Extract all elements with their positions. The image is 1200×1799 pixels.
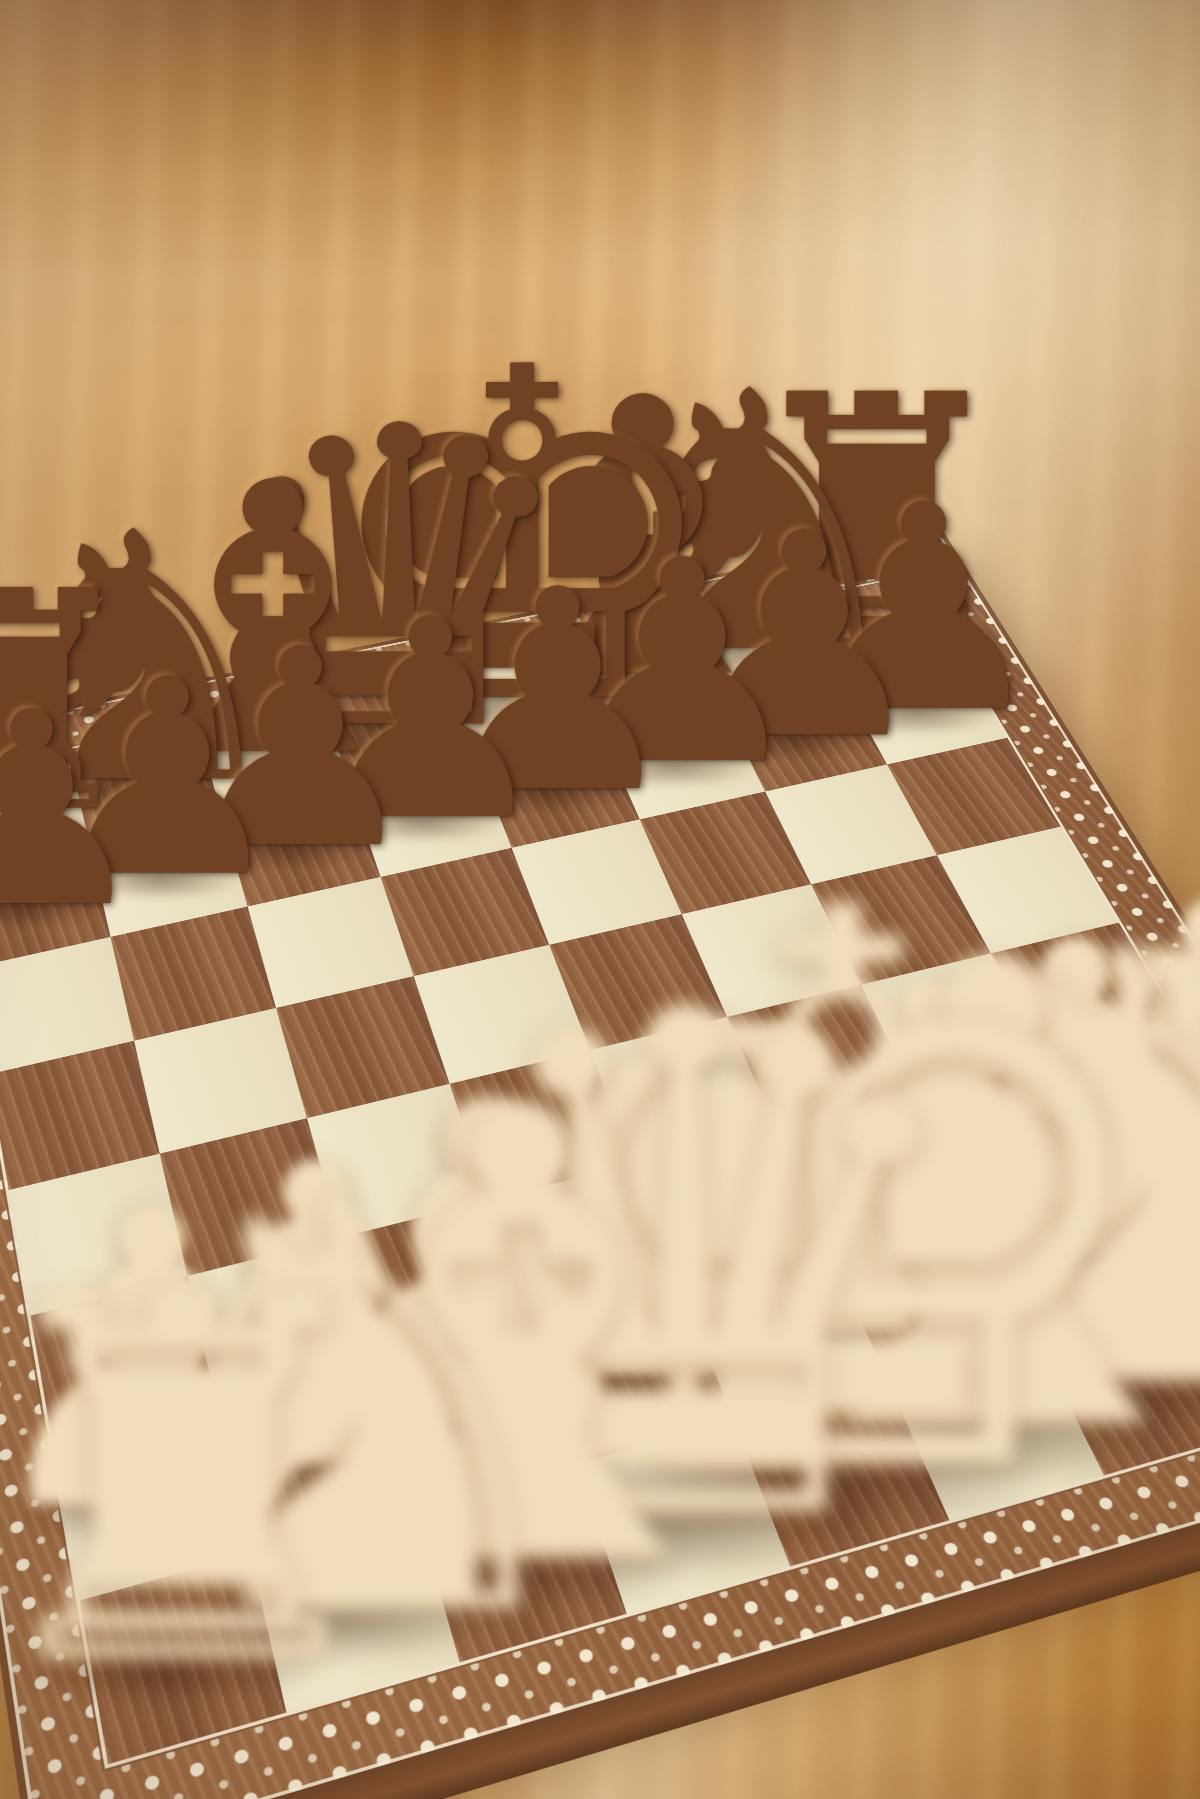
chess-board	[0, 529, 1200, 1799]
photo-scene: ♜♞♝♛♚♝♞♜♟♟♟♟♟♟♟♟♟♟♟♟♟♟♟♟♜♞♝♛♚♝♞♜	[0, 0, 1200, 1799]
board-squares-grid	[0, 574, 1200, 1769]
